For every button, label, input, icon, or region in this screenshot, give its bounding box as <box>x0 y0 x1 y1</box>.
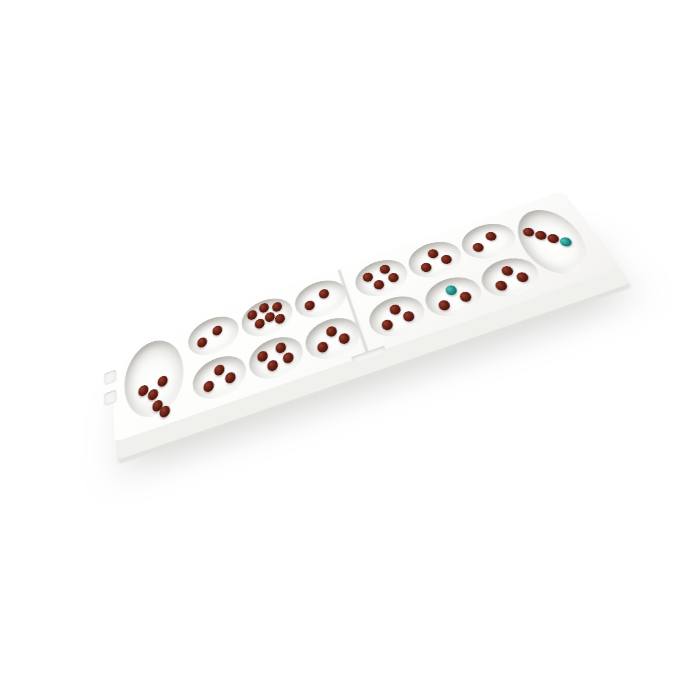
seed <box>458 290 473 303</box>
pit-front-1[interactable] <box>191 349 249 406</box>
seed <box>388 303 402 316</box>
mancala-board <box>113 191 622 443</box>
hinge-latch <box>104 389 116 404</box>
seed <box>521 226 536 237</box>
seed <box>372 279 385 291</box>
seed-teal <box>558 236 574 248</box>
seed <box>361 271 374 283</box>
seed <box>224 371 236 385</box>
seed <box>316 340 329 354</box>
seed <box>212 324 223 337</box>
seed <box>419 261 433 273</box>
seed <box>387 272 401 284</box>
pit-back-2[interactable] <box>239 292 296 343</box>
seed <box>318 288 331 300</box>
seed <box>304 299 316 311</box>
seed <box>426 248 440 260</box>
seed <box>282 351 295 365</box>
seed <box>401 310 415 323</box>
seed <box>254 317 266 330</box>
pit-front-4[interactable] <box>364 290 431 344</box>
pit-back-1[interactable] <box>187 310 242 362</box>
seed <box>515 271 531 284</box>
store-left <box>124 332 187 426</box>
seed <box>380 318 394 331</box>
seed <box>266 359 279 373</box>
seed <box>213 363 225 377</box>
seed <box>256 350 268 364</box>
seed <box>157 374 168 388</box>
photo-canvas <box>0 0 700 700</box>
seed <box>437 299 452 312</box>
seed-teal <box>444 284 459 297</box>
seed <box>484 231 499 242</box>
seed <box>533 230 549 242</box>
seed <box>271 301 283 313</box>
seed <box>325 325 338 338</box>
seed <box>493 279 509 292</box>
seed <box>274 313 286 326</box>
seed <box>545 233 561 245</box>
pit-front-2[interactable] <box>246 330 307 386</box>
seed <box>439 253 453 265</box>
seed <box>500 265 516 277</box>
hinge-latch <box>104 369 116 383</box>
seed <box>471 242 486 254</box>
pit-front-5[interactable] <box>419 271 489 324</box>
seed <box>197 336 208 349</box>
seed <box>203 379 215 393</box>
seed <box>337 332 351 346</box>
